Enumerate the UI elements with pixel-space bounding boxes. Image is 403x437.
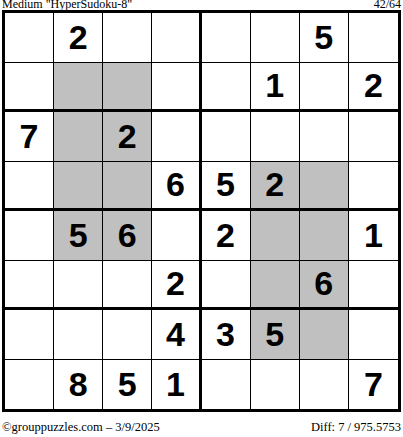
cell-r8c4[interactable]: 1 xyxy=(152,360,201,410)
cell-r1c1[interactable] xyxy=(5,13,54,63)
cell-r4c6[interactable]: 2 xyxy=(251,162,300,212)
header: Medium "HyperSudoku-8" 42/64 xyxy=(2,0,401,10)
cell-r8c1[interactable] xyxy=(5,360,54,410)
cell-r2c2[interactable] xyxy=(54,63,103,113)
cell-r3c7[interactable] xyxy=(300,112,349,162)
cell-r5c1[interactable] xyxy=(5,211,54,261)
cell-r7c2[interactable] xyxy=(54,310,103,360)
cell-r6c3[interactable] xyxy=(103,261,152,311)
cell-r2c8[interactable]: 2 xyxy=(349,63,398,113)
cell-r2c4[interactable] xyxy=(152,63,201,113)
difficulty-rating: Diff: 7 / 975.5753 xyxy=(311,420,401,434)
cell-r7c5[interactable]: 3 xyxy=(202,310,251,360)
cell-r1c3[interactable] xyxy=(103,13,152,63)
cell-r1c7[interactable]: 5 xyxy=(300,13,349,63)
cell-r1c2[interactable]: 2 xyxy=(54,13,103,63)
cell-r2c6[interactable]: 1 xyxy=(251,63,300,113)
cell-r7c4[interactable]: 4 xyxy=(152,310,201,360)
cell-r6c5[interactable] xyxy=(202,261,251,311)
cell-r7c1[interactable] xyxy=(5,310,54,360)
cell-r1c6[interactable] xyxy=(251,13,300,63)
cell-r4c8[interactable] xyxy=(349,162,398,212)
cell-r8c7[interactable] xyxy=(300,360,349,410)
cell-r8c2[interactable]: 8 xyxy=(54,360,103,410)
cell-r3c1[interactable]: 7 xyxy=(5,112,54,162)
cell-r4c2[interactable] xyxy=(54,162,103,212)
cell-r5c8[interactable]: 1 xyxy=(349,211,398,261)
puzzle-counter: 42/64 xyxy=(374,0,401,10)
cell-r4c1[interactable] xyxy=(5,162,54,212)
puzzle-title: Medium "HyperSudoku-8" xyxy=(2,0,132,10)
cell-r5c3[interactable]: 6 xyxy=(103,211,152,261)
cell-r3c4[interactable] xyxy=(152,112,201,162)
cell-r6c8[interactable] xyxy=(349,261,398,311)
cell-r3c8[interactable] xyxy=(349,112,398,162)
sudoku-grid: 2512726525621264358517 xyxy=(2,10,401,412)
cell-r6c7[interactable]: 6 xyxy=(300,261,349,311)
cell-r2c7[interactable] xyxy=(300,63,349,113)
cell-r3c3[interactable]: 2 xyxy=(103,112,152,162)
cell-r5c4[interactable] xyxy=(152,211,201,261)
cell-r6c1[interactable] xyxy=(5,261,54,311)
cell-r3c5[interactable] xyxy=(202,112,251,162)
cell-r6c6[interactable] xyxy=(251,261,300,311)
cell-r8c3[interactable]: 5 xyxy=(103,360,152,410)
footer: ©grouppuzzles.com – 3/9/2025 Diff: 7 / 9… xyxy=(2,420,401,434)
cell-r3c2[interactable] xyxy=(54,112,103,162)
cell-r6c4[interactable]: 2 xyxy=(152,261,201,311)
cell-r4c5[interactable]: 5 xyxy=(202,162,251,212)
cell-r8c5[interactable] xyxy=(202,360,251,410)
cell-r7c6[interactable]: 5 xyxy=(251,310,300,360)
cell-r2c3[interactable] xyxy=(103,63,152,113)
copyright-credit: ©grouppuzzles.com – 3/9/2025 xyxy=(2,420,160,434)
cell-r1c5[interactable] xyxy=(202,13,251,63)
cell-r5c6[interactable] xyxy=(251,211,300,261)
cell-r1c8[interactable] xyxy=(349,13,398,63)
cell-r6c2[interactable] xyxy=(54,261,103,311)
cell-r7c7[interactable] xyxy=(300,310,349,360)
cell-r8c8[interactable]: 7 xyxy=(349,360,398,410)
cell-r4c7[interactable] xyxy=(300,162,349,212)
cell-r2c1[interactable] xyxy=(5,63,54,113)
cell-r5c5[interactable]: 2 xyxy=(202,211,251,261)
cell-r5c7[interactable] xyxy=(300,211,349,261)
cell-r3c6[interactable] xyxy=(251,112,300,162)
cell-r4c3[interactable] xyxy=(103,162,152,212)
cell-r7c8[interactable] xyxy=(349,310,398,360)
cell-r2c5[interactable] xyxy=(202,63,251,113)
cell-r5c2[interactable]: 5 xyxy=(54,211,103,261)
cell-r8c6[interactable] xyxy=(251,360,300,410)
cell-r1c4[interactable] xyxy=(152,13,201,63)
cell-r7c3[interactable] xyxy=(103,310,152,360)
cell-r4c4[interactable]: 6 xyxy=(152,162,201,212)
